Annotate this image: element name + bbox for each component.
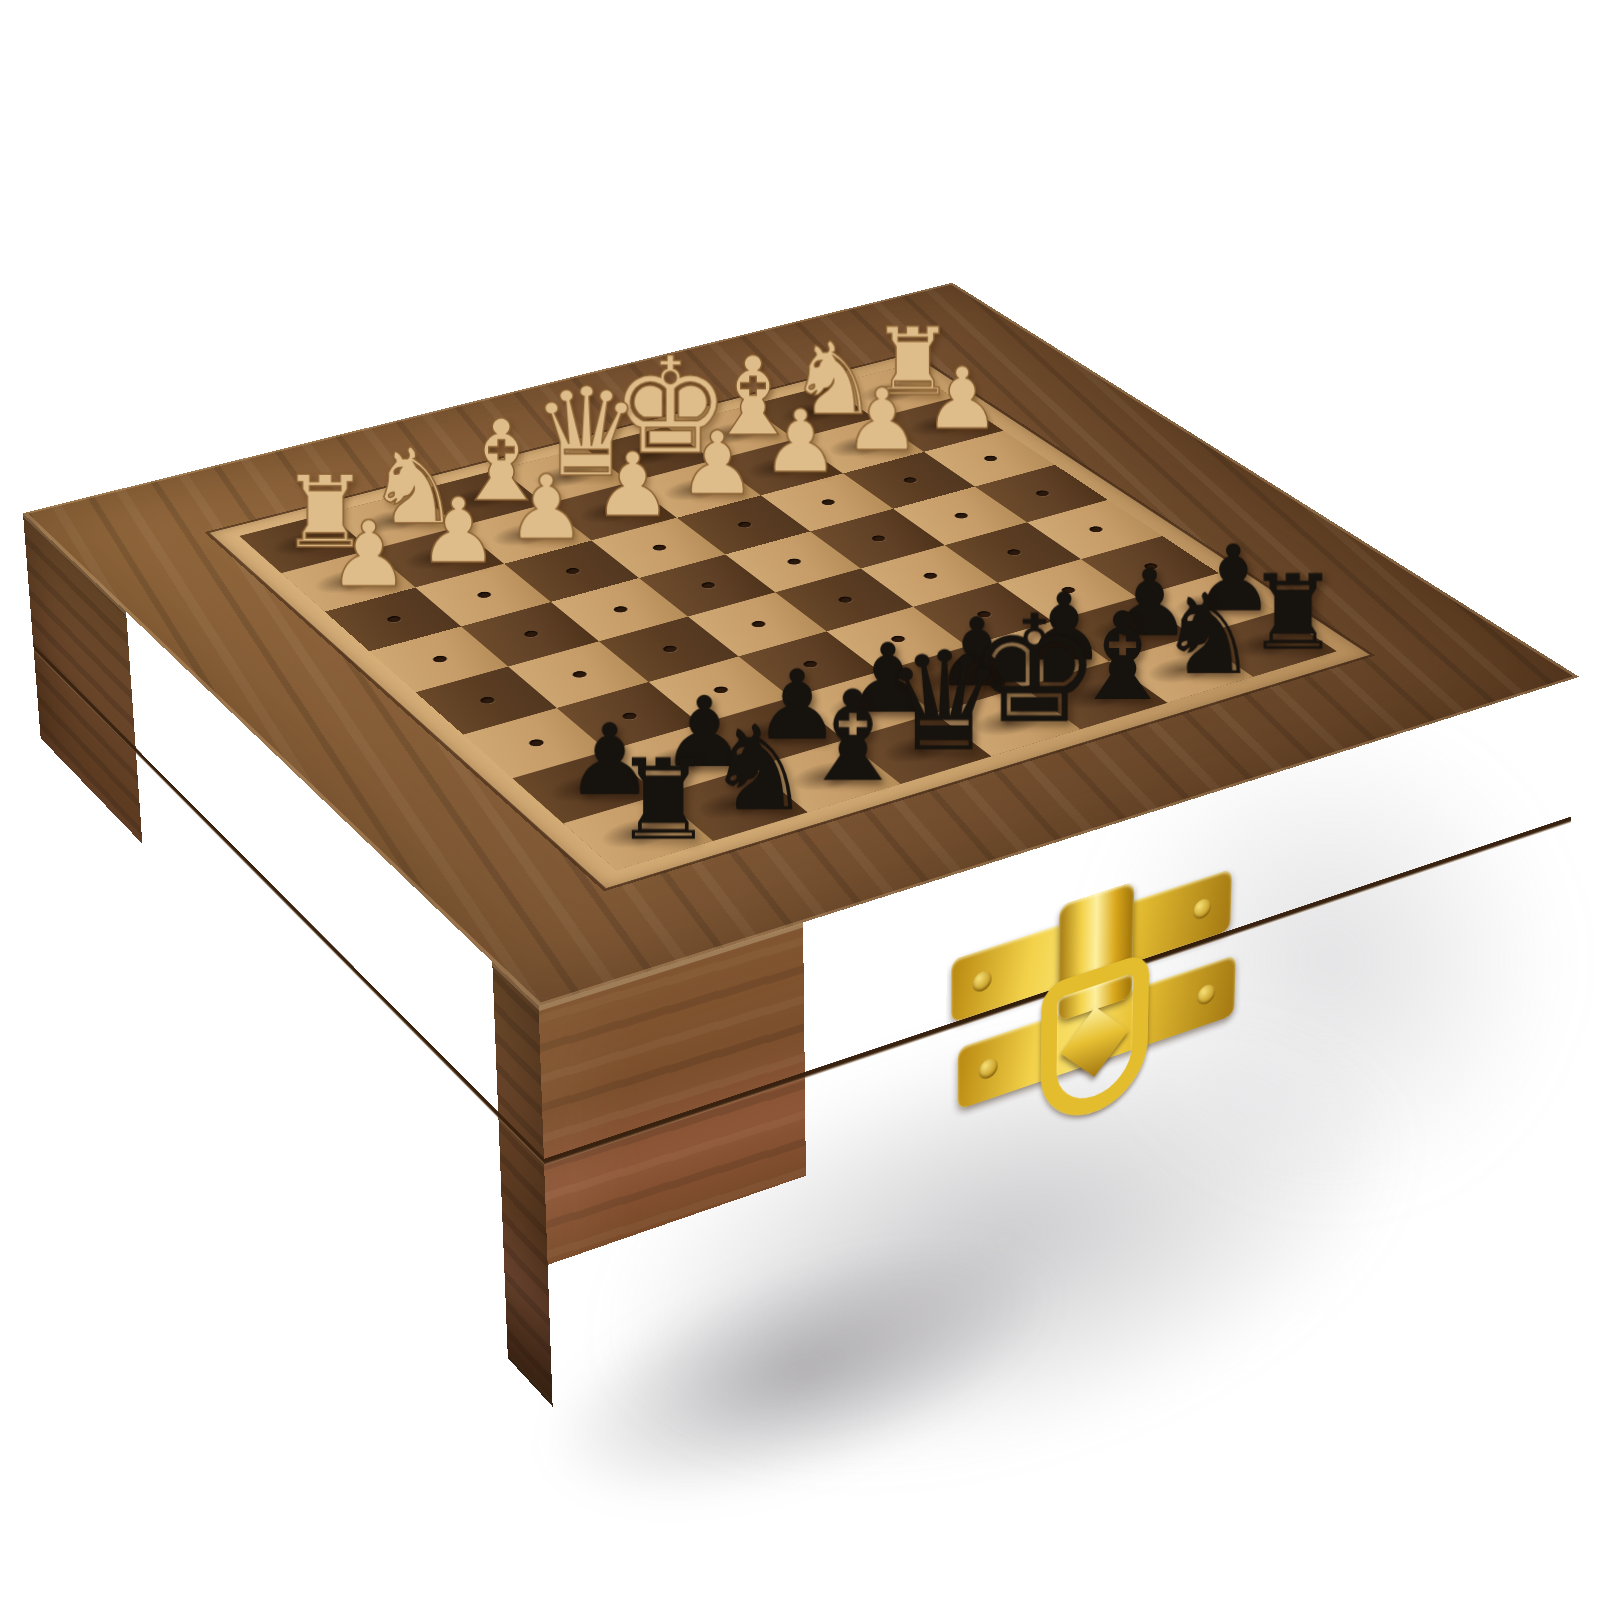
latch-rivet xyxy=(1197,982,1215,1007)
white-pawn: ♟ xyxy=(678,422,757,505)
latch-rivet xyxy=(1193,896,1212,921)
black-rook: ♜ xyxy=(1246,564,1339,663)
latch-rivet xyxy=(972,969,991,995)
latch-catch-stud xyxy=(1061,1007,1129,1077)
peg-hole xyxy=(1033,489,1051,497)
peg-hole xyxy=(563,567,581,575)
peg-hole xyxy=(835,595,853,603)
product-photo-stage: ♜♞♝♛♚♝♞♜♟♟♟♟♟♟♟♟♟♟♟♟♟♟♟♟♜♞♝♛♚♝♞♜ xyxy=(0,0,1600,1600)
white-pawn: ♟ xyxy=(761,400,839,482)
peg-hole xyxy=(384,615,402,624)
peg-hole xyxy=(698,581,716,589)
latch-strap xyxy=(1058,881,1134,1022)
peg-hole xyxy=(475,591,493,599)
peg-hole xyxy=(477,696,496,705)
peg-hole xyxy=(819,498,837,506)
peg-hole xyxy=(981,455,999,462)
peg-hole xyxy=(526,738,545,747)
peg-hole xyxy=(784,557,802,565)
latch-upper-plate xyxy=(951,869,1232,1023)
brass-latch xyxy=(946,848,1237,1194)
peg-hole xyxy=(749,620,768,629)
peg-hole xyxy=(901,476,919,484)
white-pawn: ♟ xyxy=(506,466,586,551)
peg-hole xyxy=(1086,525,1104,533)
white-pawn: ♟ xyxy=(328,511,410,597)
black-knight: ♞ xyxy=(706,713,811,825)
wooden-chess-box: ♜♞♝♛♚♝♞♜♟♟♟♟♟♟♟♟♟♟♟♟♟♟♟♟♜♞♝♛♚♝♞♜ xyxy=(50,605,1558,1407)
black-bishop: ♝ xyxy=(796,677,908,796)
chess-board: ♜♞♝♛♚♝♞♜♟♟♟♟♟♟♟♟♟♟♟♟♟♟♟♟♜♞♝♛♚♝♞♜ xyxy=(239,366,1336,871)
peg-hole xyxy=(869,534,887,542)
peg-hole xyxy=(660,645,679,654)
peg-hole xyxy=(1004,548,1022,556)
peg-hole xyxy=(921,572,939,580)
peg-hole xyxy=(952,512,970,520)
white-pawn: ♟ xyxy=(843,380,920,462)
board-square xyxy=(975,465,1108,523)
black-rook: ♜ xyxy=(612,747,712,853)
white-pawn: ♟ xyxy=(924,359,1000,440)
latch-lower-plate xyxy=(958,955,1236,1110)
peg-hole xyxy=(430,655,449,664)
peg-hole xyxy=(611,605,629,613)
latch-hook-loop xyxy=(1040,951,1149,1131)
latch-rivet xyxy=(979,1056,998,1082)
white-pawn: ♟ xyxy=(593,444,672,528)
peg-hole xyxy=(735,521,753,529)
white-pawn: ♟ xyxy=(418,488,499,574)
peg-hole xyxy=(570,670,589,679)
scene: ♜♞♝♛♚♝♞♜♟♟♟♟♟♟♟♟♟♟♟♟♟♟♟♟♜♞♝♛♚♝♞♜ xyxy=(0,0,1600,1600)
peg-hole xyxy=(650,544,668,552)
peg-hole xyxy=(521,630,539,639)
